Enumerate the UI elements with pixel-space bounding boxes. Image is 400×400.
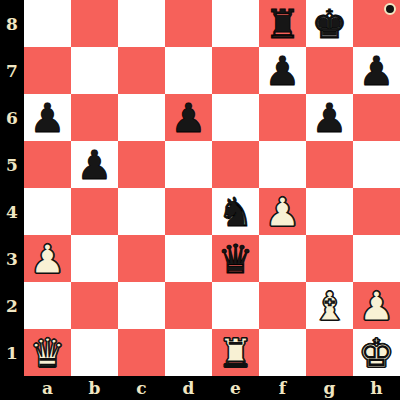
square-f8[interactable]: ♜ [259,0,306,47]
piece-white-pawn: ♟ [24,235,71,282]
square-g2[interactable]: ♝ [306,282,353,329]
rank-label-5: 5 [0,141,24,188]
piece-black-pawn: ♟ [24,94,71,141]
piece-black-pawn: ♟ [165,94,212,141]
file-label-a: a [24,376,71,400]
square-e2[interactable] [212,282,259,329]
square-g3[interactable] [306,235,353,282]
square-h2[interactable]: ♟ [353,282,400,329]
square-f4[interactable]: ♟ [259,188,306,235]
square-h3[interactable] [353,235,400,282]
file-label-c: c [118,376,165,400]
rank-label-8: 8 [0,0,24,47]
square-d7[interactable] [165,47,212,94]
rank-label-7: 7 [0,47,24,94]
piece-white-queen: ♛ [24,329,71,376]
square-a8[interactable] [24,0,71,47]
piece-white-pawn: ♟ [353,282,400,329]
square-a7[interactable] [24,47,71,94]
square-e4[interactable]: ♞ [212,188,259,235]
file-label-f: f [259,376,306,400]
piece-black-pawn: ♟ [306,94,353,141]
square-b5[interactable]: ♟ [71,141,118,188]
square-f3[interactable] [259,235,306,282]
piece-white-rook: ♜ [212,329,259,376]
square-h4[interactable] [353,188,400,235]
piece-black-queen: ♛ [212,235,259,282]
square-e6[interactable] [212,94,259,141]
square-c8[interactable] [118,0,165,47]
square-a1[interactable]: ♛ [24,329,71,376]
file-label-b: b [71,376,118,400]
move-indicator-dot [384,3,396,15]
rank-label-2: 2 [0,282,24,329]
piece-black-king: ♚ [306,0,353,47]
square-g6[interactable]: ♟ [306,94,353,141]
square-g4[interactable] [306,188,353,235]
square-b6[interactable] [71,94,118,141]
square-c3[interactable] [118,235,165,282]
square-a2[interactable] [24,282,71,329]
square-b7[interactable] [71,47,118,94]
file-label-g: g [306,376,353,400]
square-c5[interactable] [118,141,165,188]
square-f5[interactable] [259,141,306,188]
piece-white-bishop: ♝ [306,282,353,329]
rank-label-1: 1 [0,329,24,376]
square-e3[interactable]: ♛ [212,235,259,282]
file-label-e: e [212,376,259,400]
square-h1[interactable]: ♚ [353,329,400,376]
piece-black-rook: ♜ [259,0,306,47]
square-d2[interactable] [165,282,212,329]
square-g1[interactable] [306,329,353,376]
chessboard: ♜♚♟♟♟♟♟♟♞♟♟♛♝♟♛♜♚ [24,0,400,376]
square-b4[interactable] [71,188,118,235]
square-a6[interactable]: ♟ [24,94,71,141]
square-b2[interactable] [71,282,118,329]
square-c2[interactable] [118,282,165,329]
piece-black-knight: ♞ [212,188,259,235]
square-b3[interactable] [71,235,118,282]
piece-white-king: ♚ [353,329,400,376]
file-label-h: h [353,376,400,400]
square-e7[interactable] [212,47,259,94]
square-d4[interactable] [165,188,212,235]
piece-black-pawn: ♟ [259,47,306,94]
square-h6[interactable] [353,94,400,141]
square-f6[interactable] [259,94,306,141]
square-a4[interactable] [24,188,71,235]
square-g7[interactable] [306,47,353,94]
square-b8[interactable] [71,0,118,47]
square-f7[interactable]: ♟ [259,47,306,94]
square-f1[interactable] [259,329,306,376]
square-b1[interactable] [71,329,118,376]
rank-labels: 87654321 [0,0,24,376]
square-h5[interactable] [353,141,400,188]
square-d3[interactable] [165,235,212,282]
file-label-d: d [165,376,212,400]
square-d8[interactable] [165,0,212,47]
square-c6[interactable] [118,94,165,141]
square-e5[interactable] [212,141,259,188]
square-d6[interactable]: ♟ [165,94,212,141]
square-g8[interactable]: ♚ [306,0,353,47]
square-c4[interactable] [118,188,165,235]
square-a5[interactable] [24,141,71,188]
rank-label-3: 3 [0,235,24,282]
square-e8[interactable] [212,0,259,47]
square-c7[interactable] [118,47,165,94]
piece-black-pawn: ♟ [353,47,400,94]
file-labels: abcdefgh [24,376,400,400]
square-d5[interactable] [165,141,212,188]
square-a3[interactable]: ♟ [24,235,71,282]
piece-black-pawn: ♟ [71,141,118,188]
square-f2[interactable] [259,282,306,329]
piece-white-pawn: ♟ [259,188,306,235]
square-e1[interactable]: ♜ [212,329,259,376]
square-d1[interactable] [165,329,212,376]
rank-label-6: 6 [0,94,24,141]
square-c1[interactable] [118,329,165,376]
rank-label-4: 4 [0,188,24,235]
square-h7[interactable]: ♟ [353,47,400,94]
chess-puzzle-frame: 87654321 ♜♚♟♟♟♟♟♟♞♟♟♛♝♟♛♜♚ abcdefgh [0,0,400,400]
square-g5[interactable] [306,141,353,188]
